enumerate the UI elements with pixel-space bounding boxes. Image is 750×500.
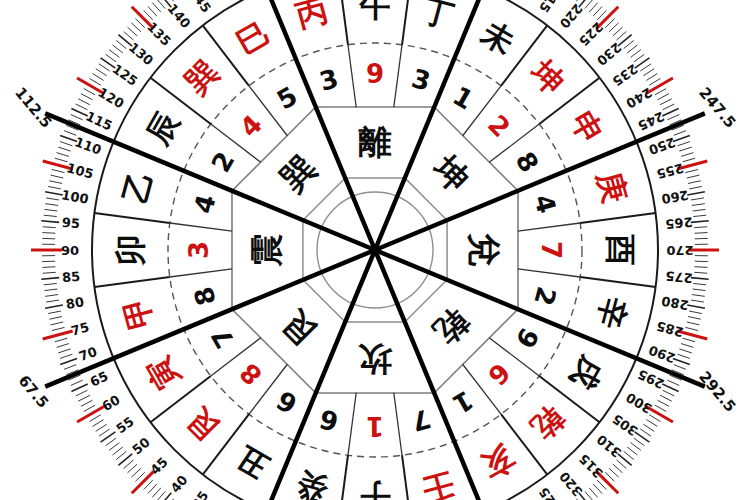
mountain-number-癸: 6 (317, 405, 341, 435)
mountain-number-艮: 8 (235, 359, 266, 390)
degree-label-70: 70 (78, 345, 99, 363)
trigram-label-離: 離 (359, 126, 392, 159)
degree-label-135: 135 (145, 20, 173, 48)
feng-shui-compass-diagram: 二十四山玄空風水羅盤圖 (24-Mountain Feng Shui Luopa… (0, 0, 750, 500)
corner-degree-label-112.5: 112.5 (12, 85, 54, 131)
degree-label-45: 45 (148, 455, 170, 477)
degree-label-115: 115 (84, 109, 114, 132)
degree-label-140: 140 (165, 2, 192, 31)
degree-label-315: 315 (576, 451, 604, 479)
degree-label-295: 295 (636, 367, 666, 390)
mountain-number-巳: 5 (273, 82, 302, 114)
mountain-label-巳: 巳 (231, 17, 273, 59)
degree-label-145: 145 (187, 0, 213, 15)
degree-label-55: 55 (114, 414, 136, 435)
degree-label-325: 325 (537, 485, 563, 500)
degree-label-240: 240 (624, 85, 654, 110)
degree-label-125: 125 (110, 62, 140, 88)
mountain-label-卯: 卯 (115, 235, 146, 266)
degree-label-290: 290 (647, 344, 677, 365)
mountain-label-丙: 丙 (293, 0, 331, 32)
mountain-label-申: 申 (566, 106, 608, 148)
degree-label-235: 235 (610, 62, 640, 88)
mountain-number-庚: 4 (530, 192, 560, 216)
trigram-label-乾: 乾 (428, 303, 475, 350)
degree-label-245: 245 (636, 109, 666, 132)
corner-degree-label-247.5: 247.5 (696, 85, 738, 131)
degree-label-285: 285 (655, 319, 685, 339)
degree-label-100: 100 (60, 188, 89, 206)
mountain-label-丁: 丁 (419, 0, 457, 32)
mountain-number-午: 9 (366, 61, 384, 87)
mountain-label-亥: 亥 (476, 441, 518, 483)
degree-label-130: 130 (127, 40, 156, 67)
degree-label-75: 75 (70, 320, 91, 337)
mountain-number-寅: 7 (207, 324, 239, 353)
mountain-number-丑: 6 (273, 387, 302, 419)
degree-label-275: 275 (665, 269, 693, 284)
degree-label-270: 270 (666, 244, 693, 257)
degree-label-260: 260 (661, 188, 690, 206)
mountain-number-丙: 3 (317, 65, 341, 95)
degree-label-90: 90 (61, 244, 79, 257)
mountain-number-壬: 7 (408, 405, 432, 435)
degree-label-35: 35 (190, 489, 211, 500)
mountain-number-巽: 4 (235, 110, 266, 141)
trigram-label-兌: 兌 (467, 234, 500, 267)
degree-label-60: 60 (100, 392, 122, 412)
degree-label-95: 95 (62, 216, 81, 231)
mountain-label-丑: 丑 (231, 441, 273, 483)
degree-label-50: 50 (130, 435, 152, 457)
mountain-label-艮: 艮 (180, 401, 224, 445)
trigram-label-坎: 坎 (359, 342, 392, 375)
mountain-label-未: 未 (476, 17, 518, 59)
degree-label-105: 105 (66, 161, 96, 181)
mountain-number-亥: 1 (449, 387, 478, 419)
mountain-number-酉: 7 (538, 241, 564, 259)
degree-label-80: 80 (65, 295, 85, 311)
mountain-number-辰: 2 (207, 148, 239, 177)
corner-degree-label-292.5: 292.5 (696, 369, 738, 415)
mountain-label-乾: 乾 (526, 401, 570, 445)
mountain-label-子: 子 (360, 480, 391, 500)
degree-label-310: 310 (594, 432, 623, 459)
mountain-label-巽: 巽 (180, 55, 224, 99)
degree-label-225: 225 (576, 20, 604, 48)
trigram-label-巽: 巽 (275, 150, 322, 197)
mountain-label-戌: 戌 (566, 351, 608, 393)
degree-label-40: 40 (168, 473, 190, 495)
mountain-number-申: 8 (512, 148, 544, 177)
degree-label-230: 230 (594, 40, 623, 67)
mountain-number-辛: 2 (530, 283, 560, 307)
mountain-number-坤: 2 (484, 110, 515, 141)
degree-label-150: 150 (210, 0, 235, 1)
mountain-label-庚: 庚 (593, 168, 631, 206)
mountain-number-戌: 9 (512, 324, 544, 353)
degree-label-255: 255 (655, 161, 685, 181)
corner-degree-label-67.5: 67.5 (16, 373, 51, 411)
degree-label-265: 265 (665, 216, 693, 231)
mountain-number-子: 1 (366, 413, 384, 439)
mountain-label-坤: 坤 (526, 55, 570, 99)
trigram-label-艮: 艮 (275, 303, 322, 350)
mountain-label-辛: 辛 (593, 294, 631, 332)
mountain-label-寅: 寅 (142, 351, 184, 393)
degree-label-220: 220 (557, 2, 584, 31)
mountain-number-丁: 3 (408, 65, 432, 95)
compass-labels: 坎艮震巽離坤兌乾子1癸6丑6艮8寅7甲8卯3乙4辰2巽4巳5丙3午9丁3未1坤2… (0, 0, 750, 500)
trigram-label-震: 震 (251, 234, 284, 267)
mountain-label-壬: 壬 (419, 468, 457, 500)
degree-label-120: 120 (96, 85, 126, 110)
degree-label-210: 210 (515, 0, 540, 1)
degree-label-110: 110 (73, 135, 103, 156)
mountain-label-甲: 甲 (119, 294, 157, 332)
mountain-number-甲: 8 (190, 283, 220, 307)
mountain-label-辰: 辰 (142, 106, 184, 148)
degree-label-65: 65 (88, 369, 110, 388)
degree-label-305: 305 (610, 412, 640, 438)
trigram-label-坤: 坤 (428, 150, 475, 197)
mountain-label-午: 午 (360, 0, 391, 21)
degree-label-280: 280 (661, 294, 690, 312)
degree-label-300: 300 (624, 390, 654, 415)
mountain-number-乙: 4 (190, 192, 220, 216)
mountain-label-乙: 乙 (119, 168, 157, 206)
degree-label-85: 85 (62, 269, 81, 284)
degree-label-320: 320 (557, 469, 584, 498)
mountain-number-卯: 3 (186, 241, 212, 259)
mountain-label-癸: 癸 (293, 468, 331, 500)
degree-label-250: 250 (647, 135, 677, 156)
mountain-number-乾: 6 (484, 359, 515, 390)
mountain-number-未: 1 (449, 82, 478, 114)
degree-label-215: 215 (537, 0, 563, 15)
mountain-label-酉: 酉 (605, 235, 636, 266)
